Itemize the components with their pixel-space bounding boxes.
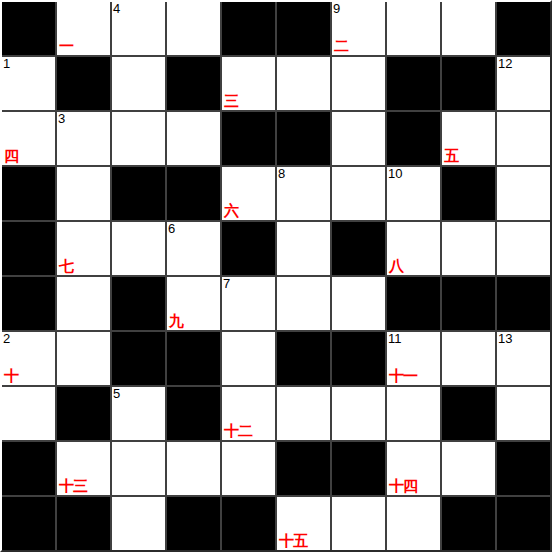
black-cell-r6c2: [112, 332, 165, 385]
black-cell-r7c8: [442, 387, 495, 440]
across-clue-label: 十三: [59, 478, 87, 494]
black-cell-r7c3: [167, 387, 220, 440]
white-cell-r4c2[interactable]: [112, 222, 165, 275]
white-cell-r7c2[interactable]: 5: [112, 387, 165, 440]
black-cell-r5c9: [497, 277, 550, 330]
across-clue-label: 七: [59, 258, 73, 274]
black-cell-r9c3: [167, 497, 220, 550]
white-cell-r9c5[interactable]: 十五: [277, 497, 330, 550]
white-cell-r9c2[interactable]: [112, 497, 165, 550]
black-cell-r0c5: [277, 2, 330, 55]
black-cell-r7c1: [57, 387, 110, 440]
white-cell-r0c6[interactable]: 9二: [332, 2, 385, 55]
across-clue-label: 九: [169, 313, 183, 329]
across-clue-label: 十二: [224, 423, 252, 439]
white-cell-r1c4[interactable]: 三: [222, 57, 275, 110]
white-cell-r6c0[interactable]: 2十: [2, 332, 55, 385]
white-cell-r7c6[interactable]: [332, 387, 385, 440]
across-clue-label: 八: [389, 258, 403, 274]
across-clue-label: 十一: [389, 368, 417, 384]
down-clue-number: 4: [113, 2, 120, 16]
black-cell-r3c0: [2, 167, 55, 220]
black-cell-r1c8: [442, 57, 495, 110]
white-cell-r3c7[interactable]: 10: [387, 167, 440, 220]
across-clue-label: 五: [444, 148, 458, 164]
white-cell-r2c2[interactable]: [112, 112, 165, 165]
white-cell-r4c1[interactable]: 七: [57, 222, 110, 275]
black-cell-r3c3: [167, 167, 220, 220]
black-cell-r5c8: [442, 277, 495, 330]
white-cell-r5c4[interactable]: 7: [222, 277, 275, 330]
white-cell-r4c8[interactable]: [442, 222, 495, 275]
white-cell-r7c4[interactable]: 十二: [222, 387, 275, 440]
black-cell-r0c4: [222, 2, 275, 55]
black-cell-r3c2: [112, 167, 165, 220]
white-cell-r5c1[interactable]: [57, 277, 110, 330]
white-cell-r1c9[interactable]: 12: [497, 57, 550, 110]
down-clue-number: 5: [113, 387, 120, 401]
black-cell-r3c8: [442, 167, 495, 220]
black-cell-r6c6: [332, 332, 385, 385]
down-clue-number: 13: [498, 332, 512, 346]
white-cell-r6c1[interactable]: [57, 332, 110, 385]
black-cell-r9c1: [57, 497, 110, 550]
crossword-board: 一49二1三12四3五六810七6八九72十11十一135十二十三十四十五: [0, 0, 552, 552]
black-cell-r2c7: [387, 112, 440, 165]
white-cell-r2c3[interactable]: [167, 112, 220, 165]
across-clue-label: 十: [4, 368, 18, 384]
white-cell-r2c9[interactable]: [497, 112, 550, 165]
white-cell-r1c2[interactable]: [112, 57, 165, 110]
black-cell-r2c4: [222, 112, 275, 165]
white-cell-r8c2[interactable]: [112, 442, 165, 495]
black-cell-r4c0: [2, 222, 55, 275]
down-clue-number: 9: [333, 2, 340, 16]
black-cell-r4c4: [222, 222, 275, 275]
down-clue-number: 1: [3, 57, 10, 71]
white-cell-r7c9[interactable]: [497, 387, 550, 440]
white-cell-r3c9[interactable]: [497, 167, 550, 220]
black-cell-r9c4: [222, 497, 275, 550]
black-cell-r8c0: [2, 442, 55, 495]
white-cell-r8c4[interactable]: [222, 442, 275, 495]
down-clue-number: 10: [388, 167, 402, 181]
across-clue-label: 四: [4, 148, 18, 164]
white-cell-r2c6[interactable]: [332, 112, 385, 165]
down-clue-number: 7: [223, 277, 230, 291]
white-cell-r8c8[interactable]: [442, 442, 495, 495]
black-cell-r8c6: [332, 442, 385, 495]
white-cell-r4c5[interactable]: [277, 222, 330, 275]
white-cell-r3c5[interactable]: 8: [277, 167, 330, 220]
down-clue-number: 3: [58, 112, 65, 126]
black-cell-r8c9: [497, 442, 550, 495]
white-cell-r1c0[interactable]: 1: [2, 57, 55, 110]
white-cell-r0c7[interactable]: [387, 2, 440, 55]
white-cell-r9c7[interactable]: [387, 497, 440, 550]
white-cell-r6c7[interactable]: 11十一: [387, 332, 440, 385]
white-cell-r6c4[interactable]: [222, 332, 275, 385]
white-cell-r0c8[interactable]: [442, 2, 495, 55]
white-cell-r0c1[interactable]: 一: [57, 2, 110, 55]
white-cell-r7c0[interactable]: [2, 387, 55, 440]
down-clue-number: 11: [388, 332, 402, 346]
down-clue-number: 2: [3, 332, 10, 346]
across-clue-label: 六: [224, 203, 238, 219]
white-cell-r3c1[interactable]: [57, 167, 110, 220]
white-cell-r5c6[interactable]: [332, 277, 385, 330]
across-clue-label: 十四: [389, 478, 417, 494]
black-cell-r5c0: [2, 277, 55, 330]
white-cell-r1c6[interactable]: [332, 57, 385, 110]
black-cell-r1c3: [167, 57, 220, 110]
black-cell-r1c1: [57, 57, 110, 110]
across-clue-label: 一: [59, 38, 73, 54]
white-cell-r6c8[interactable]: [442, 332, 495, 385]
black-cell-r4c6: [332, 222, 385, 275]
white-cell-r2c0[interactable]: 四: [2, 112, 55, 165]
white-cell-r8c3[interactable]: [167, 442, 220, 495]
white-cell-r0c2[interactable]: 4: [112, 2, 165, 55]
white-cell-r6c9[interactable]: 13: [497, 332, 550, 385]
white-cell-r3c4[interactable]: 六: [222, 167, 275, 220]
white-cell-r0c3[interactable]: [167, 2, 220, 55]
white-cell-r4c7[interactable]: 八: [387, 222, 440, 275]
white-cell-r8c7[interactable]: 十四: [387, 442, 440, 495]
down-clue-number: 12: [498, 57, 512, 71]
white-cell-r4c9[interactable]: [497, 222, 550, 275]
down-clue-number: 6: [168, 222, 175, 236]
white-cell-r1c5[interactable]: [277, 57, 330, 110]
black-cell-r0c0: [2, 2, 55, 55]
black-cell-r9c9: [497, 497, 550, 550]
white-cell-r9c6[interactable]: [332, 497, 385, 550]
black-cell-r0c9: [497, 2, 550, 55]
white-cell-r8c1[interactable]: 十三: [57, 442, 110, 495]
black-cell-r8c5: [277, 442, 330, 495]
white-cell-r7c5[interactable]: [277, 387, 330, 440]
across-clue-label: 十五: [279, 533, 307, 549]
white-cell-r5c5[interactable]: [277, 277, 330, 330]
white-cell-r4c3[interactable]: 6: [167, 222, 220, 275]
black-cell-r1c7: [387, 57, 440, 110]
white-cell-r2c8[interactable]: 五: [442, 112, 495, 165]
black-cell-r5c7: [387, 277, 440, 330]
black-cell-r9c8: [442, 497, 495, 550]
black-cell-r2c5: [277, 112, 330, 165]
black-cell-r5c2: [112, 277, 165, 330]
black-cell-r9c0: [2, 497, 55, 550]
across-clue-label: 二: [334, 38, 348, 54]
black-cell-r6c3: [167, 332, 220, 385]
white-cell-r5c3[interactable]: 九: [167, 277, 220, 330]
white-cell-r7c7[interactable]: [387, 387, 440, 440]
across-clue-label: 三: [224, 93, 238, 109]
white-cell-r3c6[interactable]: [332, 167, 385, 220]
down-clue-number: 8: [278, 167, 285, 181]
black-cell-r6c5: [277, 332, 330, 385]
white-cell-r2c1[interactable]: 3: [57, 112, 110, 165]
